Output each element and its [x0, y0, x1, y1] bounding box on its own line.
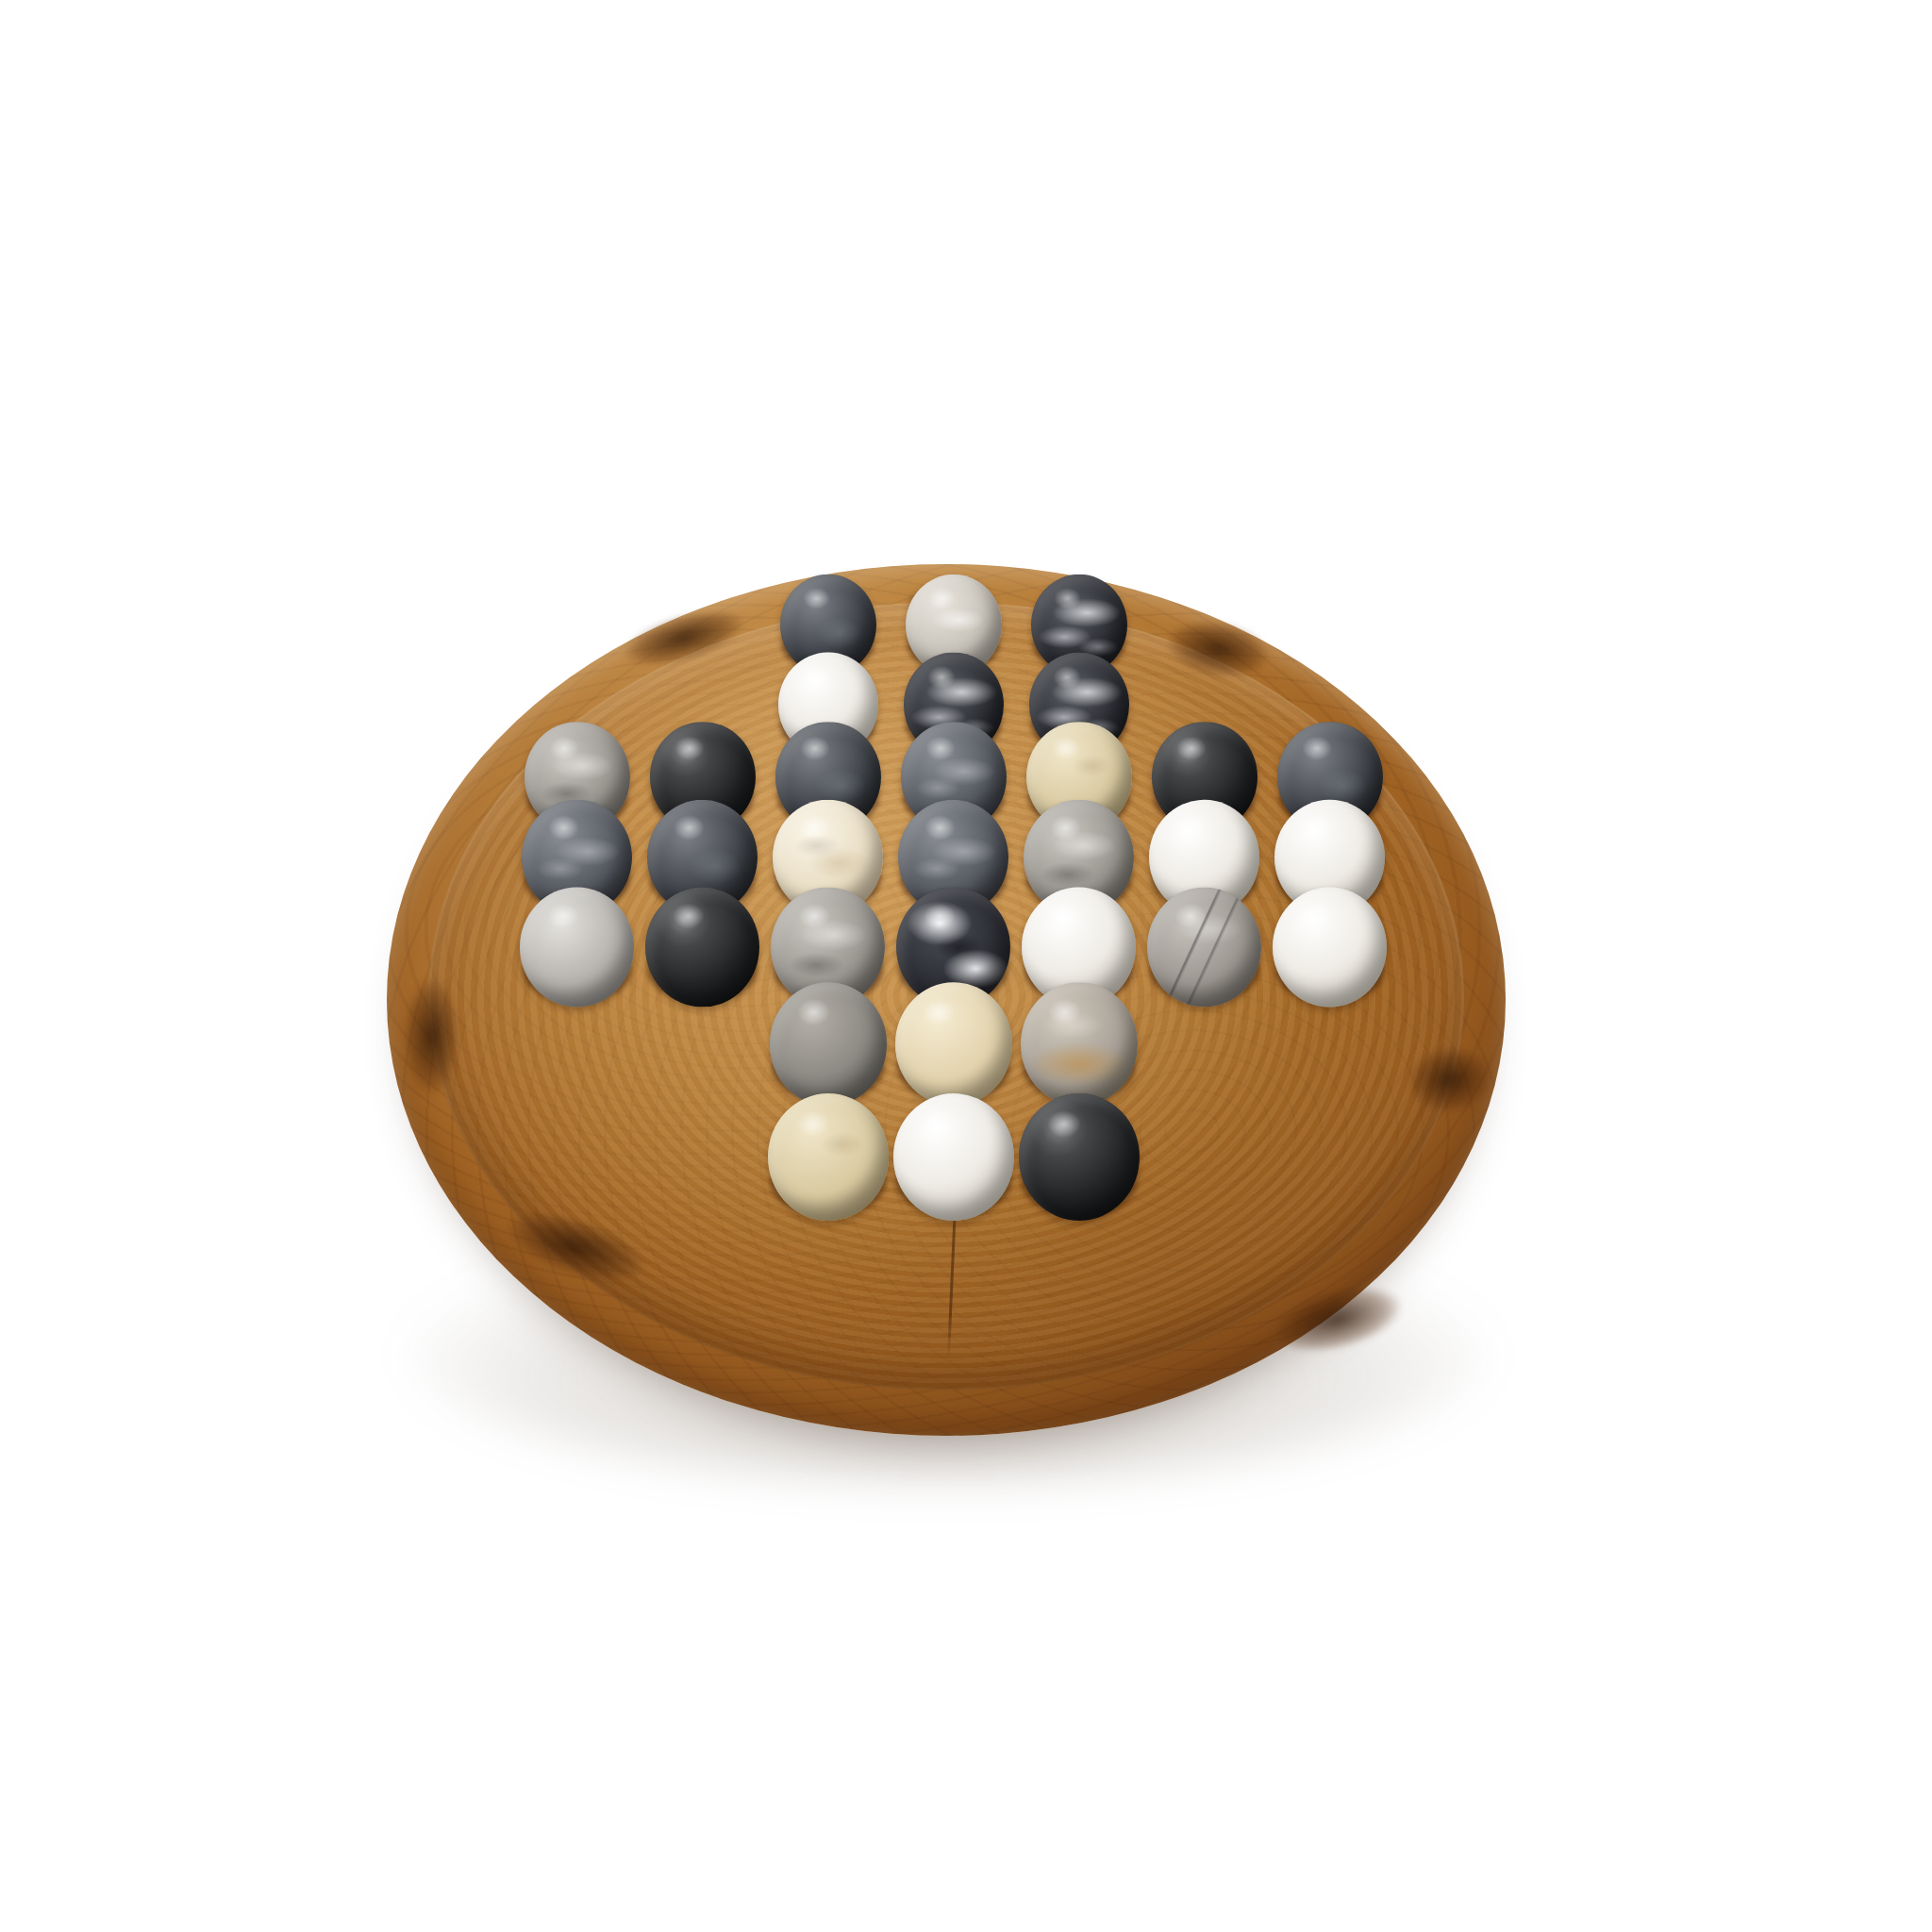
- hole-r7c4[interactable]: [891, 1103, 1016, 1228]
- marble-beige-cream[interactable]: [895, 983, 1012, 1106]
- hole-r6c4[interactable]: [891, 1002, 1016, 1103]
- marble-black[interactable]: [645, 888, 759, 1008]
- marble-beige[interactable]: [768, 1093, 889, 1220]
- marble-grey-fossil[interactable]: [1147, 888, 1261, 1008]
- hole-r5c7[interactable]: [1267, 908, 1392, 1002]
- hole-r6c5[interactable]: [1016, 1002, 1141, 1103]
- product-photo-canvas: [0, 0, 1932, 1932]
- hole-r7c3[interactable]: [765, 1103, 891, 1228]
- marble-grey[interactable]: [520, 888, 634, 1008]
- board-grid: [514, 587, 1392, 1228]
- marble-white[interactable]: [1273, 888, 1387, 1008]
- marble-black[interactable]: [1019, 1093, 1140, 1220]
- solitaire-board: [387, 564, 1506, 1436]
- marble-grey-dark[interactable]: [770, 983, 887, 1106]
- marble-white[interactable]: [893, 1093, 1014, 1220]
- hole-r7c5[interactable]: [1016, 1103, 1141, 1228]
- hole-r5c6[interactable]: [1141, 908, 1267, 1002]
- wood-knot: [393, 957, 469, 1117]
- hole-r5c2[interactable]: [640, 908, 765, 1002]
- marble-beige-grey-vein[interactable]: [1021, 983, 1138, 1106]
- hole-r5c1[interactable]: [514, 908, 640, 1002]
- hole-r6c3[interactable]: [765, 1002, 891, 1103]
